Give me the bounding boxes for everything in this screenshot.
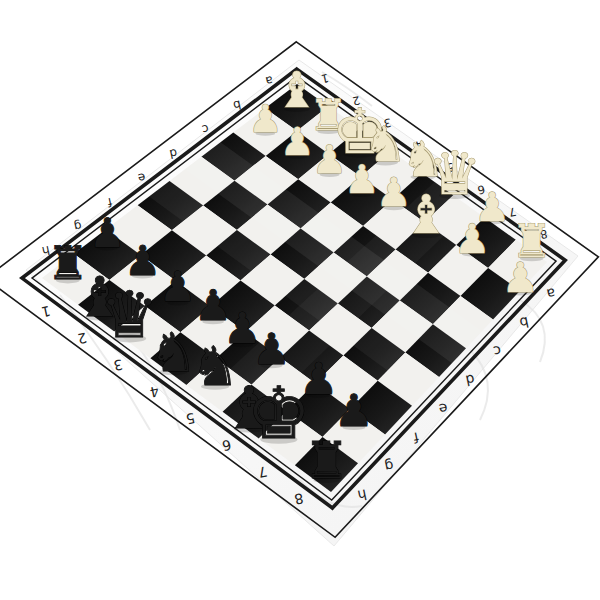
piece-white-pawn-b3: ♟: [312, 137, 347, 182]
piece-black-pawn-g3: ♟: [159, 262, 196, 311]
piece-black-pawn-g1: ♟: [89, 209, 125, 257]
piece-black-pawn-g6: ♟: [252, 324, 291, 374]
chess-board-scene: 12345678abcdefgh87654321hgfedcba♝♜♟♚♟♞♟♞…: [0, 0, 600, 600]
piece-white-bishop-b6: ♝: [402, 184, 450, 245]
piece-white-pawn-b1: ♟: [248, 97, 282, 141]
product-photo-chess-mat: Roll-up white vinyl chess mat photograph…: [0, 0, 600, 600]
piece-white-pawn-b4: ♟: [344, 156, 379, 202]
piece-black-pawn-g8: ♟: [334, 385, 374, 436]
piece-black-king-h7: ♚: [247, 371, 311, 455]
piece-white-pawn-b7: ♟: [454, 215, 490, 263]
piece-white-pawn-b2: ♟: [280, 119, 315, 164]
piece-white-pawn-b8: ♟: [502, 253, 539, 302]
piece-black-rook-h8: ♜: [304, 431, 350, 490]
